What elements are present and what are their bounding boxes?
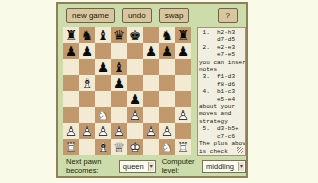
square-c7[interactable] xyxy=(95,43,111,59)
level-label: Computer level: xyxy=(162,157,199,175)
white-piece: ♖ xyxy=(63,139,79,155)
white-piece: ♖ xyxy=(175,139,191,155)
square-f7[interactable]: ♟ xyxy=(143,43,159,59)
square-h8[interactable]: ♜ xyxy=(175,27,191,43)
square-a6[interactable] xyxy=(63,59,79,75)
white-piece-fill: ♟ xyxy=(63,123,79,139)
promotion-select[interactable]: queen ▾ xyxy=(119,160,156,173)
white-piece-fill: ♟ xyxy=(159,123,175,139)
square-e1[interactable]: ♚♔ xyxy=(127,139,143,155)
square-g6[interactable] xyxy=(159,59,175,75)
level-select-value: middling xyxy=(206,162,234,171)
swap-button[interactable]: swap xyxy=(159,8,190,23)
white-piece-fill: ♟ xyxy=(175,107,191,123)
square-h1[interactable]: ♜♖ xyxy=(175,139,191,155)
black-piece: ♚ xyxy=(127,27,143,43)
square-e2[interactable] xyxy=(127,123,143,139)
square-f8[interactable] xyxy=(143,27,159,43)
square-b4[interactable] xyxy=(79,91,95,107)
level-select[interactable]: middling ▾ xyxy=(202,160,246,173)
white-piece-fill: ♝ xyxy=(79,75,95,91)
square-g2[interactable]: ♟♙ xyxy=(159,123,175,139)
square-b8[interactable]: ♞ xyxy=(79,27,95,43)
square-h7[interactable]: ♟ xyxy=(175,43,191,59)
chess-board: ♜♞♝♛♚♞♜♟♟♟♟♟♟♝♝♗♟♟♞♘♟♙♟♙♟♙♟♙♟♙♟♙♟♙♟♙♜♖♝♗… xyxy=(63,27,191,155)
square-b1[interactable] xyxy=(79,139,95,155)
white-piece: ♕ xyxy=(111,139,127,155)
square-d6[interactable]: ♝ xyxy=(111,59,127,75)
white-piece-fill: ♟ xyxy=(79,123,95,139)
square-f2[interactable]: ♟♙ xyxy=(143,123,159,139)
square-d2[interactable]: ♟♙ xyxy=(111,123,127,139)
black-piece: ♛ xyxy=(111,27,127,43)
black-piece: ♝ xyxy=(111,59,127,75)
square-b6[interactable] xyxy=(79,59,95,75)
square-d7[interactable] xyxy=(111,43,127,59)
black-piece: ♜ xyxy=(63,27,79,43)
white-piece: ♙ xyxy=(127,107,143,123)
square-e8[interactable]: ♚ xyxy=(127,27,143,43)
square-c5[interactable] xyxy=(95,75,111,91)
black-piece: ♝ xyxy=(95,27,111,43)
white-piece: ♘ xyxy=(95,107,111,123)
white-piece-fill: ♚ xyxy=(127,139,143,155)
black-piece: ♟ xyxy=(63,43,79,59)
chevron-down-icon: ▾ xyxy=(238,162,244,171)
white-piece-fill: ♟ xyxy=(127,107,143,123)
square-c6[interactable]: ♟ xyxy=(95,59,111,75)
move-list[interactable]: 1. h2-h3 d7-d5 2. e2-e3 e7-e5 you can in… xyxy=(197,27,246,156)
square-c1[interactable]: ♝♗ xyxy=(95,139,111,155)
square-c4[interactable] xyxy=(95,91,111,107)
square-e7[interactable] xyxy=(127,43,143,59)
square-d3[interactable] xyxy=(111,107,127,123)
square-f1[interactable] xyxy=(143,139,159,155)
white-piece: ♗ xyxy=(95,139,111,155)
black-piece: ♟ xyxy=(95,59,111,75)
square-g1[interactable]: ♞♘ xyxy=(159,139,175,155)
black-piece: ♞ xyxy=(79,27,95,43)
white-piece-fill: ♞ xyxy=(159,139,175,155)
white-piece: ♙ xyxy=(111,123,127,139)
options-bar: Next pawn becomes: queen ▾ Computer leve… xyxy=(58,156,246,176)
white-piece: ♙ xyxy=(95,123,111,139)
chevron-down-icon: ▾ xyxy=(148,162,154,171)
white-piece: ♙ xyxy=(143,123,159,139)
white-piece-fill: ♜ xyxy=(63,139,79,155)
new-game-button[interactable]: new game xyxy=(66,8,115,23)
square-g4[interactable] xyxy=(159,91,175,107)
square-d4[interactable] xyxy=(111,91,127,107)
white-piece-fill: ♝ xyxy=(95,139,111,155)
page: { "game": "chess", "toolbar": { "new_gam… xyxy=(0,0,318,183)
white-piece-fill: ♛ xyxy=(111,139,127,155)
white-piece: ♙ xyxy=(79,123,95,139)
white-piece-fill: ♟ xyxy=(111,123,127,139)
square-f5[interactable] xyxy=(143,75,159,91)
square-e5[interactable] xyxy=(127,75,143,91)
square-a5[interactable] xyxy=(63,75,79,91)
square-a4[interactable] xyxy=(63,91,79,107)
black-piece: ♟ xyxy=(127,91,143,107)
toolbar: new game undo swap ? xyxy=(58,4,246,26)
square-a7[interactable]: ♟ xyxy=(63,43,79,59)
white-piece-fill: ♜ xyxy=(175,139,191,155)
square-c8[interactable]: ♝ xyxy=(95,27,111,43)
square-e3[interactable]: ♟♙ xyxy=(127,107,143,123)
white-piece: ♙ xyxy=(175,107,191,123)
black-piece: ♞ xyxy=(159,27,175,43)
square-a8[interactable]: ♜ xyxy=(63,27,79,43)
promotion-label: Next pawn becomes: xyxy=(66,157,116,175)
square-f4[interactable] xyxy=(143,91,159,107)
square-b3[interactable] xyxy=(79,107,95,123)
square-h5[interactable] xyxy=(175,75,191,91)
undo-button[interactable]: undo xyxy=(122,8,152,23)
square-b2[interactable]: ♟♙ xyxy=(79,123,95,139)
square-g5[interactable] xyxy=(159,75,175,91)
black-piece: ♟ xyxy=(175,43,191,59)
white-piece: ♗ xyxy=(79,75,95,91)
promotion-select-value: queen xyxy=(123,162,144,171)
black-piece: ♟ xyxy=(79,43,95,59)
square-a3[interactable] xyxy=(63,107,79,123)
square-h4[interactable] xyxy=(175,91,191,107)
white-piece: ♙ xyxy=(159,123,175,139)
square-e4[interactable]: ♟ xyxy=(127,91,143,107)
square-b7[interactable]: ♟ xyxy=(79,43,95,59)
chess-app-panel: new game undo swap ? ♜♞♝♛♚♞♜♟♟♟♟♟♟♝♝♗♟♟♞… xyxy=(56,2,248,178)
square-f6[interactable] xyxy=(143,59,159,75)
square-d1[interactable]: ♛♕ xyxy=(111,139,127,155)
white-piece: ♔ xyxy=(127,139,143,155)
square-a1[interactable]: ♜♖ xyxy=(63,139,79,155)
square-c2[interactable]: ♟♙ xyxy=(95,123,111,139)
white-piece-fill: ♟ xyxy=(143,123,159,139)
white-piece-fill: ♟ xyxy=(95,123,111,139)
square-d8[interactable]: ♛ xyxy=(111,27,127,43)
square-h6[interactable] xyxy=(175,59,191,75)
black-piece: ♟ xyxy=(111,75,127,91)
square-g7[interactable]: ♟ xyxy=(159,43,175,59)
square-a2[interactable]: ♟♙ xyxy=(63,123,79,139)
white-piece: ♙ xyxy=(63,123,79,139)
black-piece: ♟ xyxy=(143,43,159,59)
white-piece-fill: ♞ xyxy=(95,107,111,123)
black-piece: ♟ xyxy=(159,43,175,59)
square-b5[interactable]: ♝♗ xyxy=(79,75,95,91)
black-piece: ♜ xyxy=(175,27,191,43)
square-c3[interactable]: ♞♘ xyxy=(95,107,111,123)
square-g3[interactable] xyxy=(159,107,175,123)
square-g8[interactable]: ♞ xyxy=(159,27,175,43)
help-button[interactable]: ? xyxy=(218,8,238,23)
white-piece: ♘ xyxy=(159,139,175,155)
square-d5[interactable]: ♟ xyxy=(111,75,127,91)
square-f3[interactable] xyxy=(143,107,159,123)
square-h3[interactable]: ♟♙ xyxy=(175,107,191,123)
square-h2[interactable] xyxy=(175,123,191,139)
square-e6[interactable] xyxy=(127,59,143,75)
